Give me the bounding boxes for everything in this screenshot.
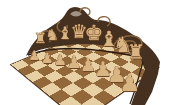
piece-white-pawn-c2[interactable]: ♟: [54, 53, 67, 68]
piece-white-pawn-a2[interactable]: ♟: [29, 49, 41, 62]
chess-set-photo: ♜♞♝♛♚♝♞♜♟♟♟♟♟♟♟♟: [0, 0, 175, 105]
pieces-layer: ♜♞♝♛♚♝♞♜♟♟♟♟♟♟♟♟: [0, 0, 175, 105]
piece-white-pawn-b2[interactable]: ♟: [41, 51, 54, 65]
piece-white-rook-h1[interactable]: ♜: [127, 42, 145, 62]
piece-white-pawn-h2[interactable]: ♟: [119, 71, 141, 95]
